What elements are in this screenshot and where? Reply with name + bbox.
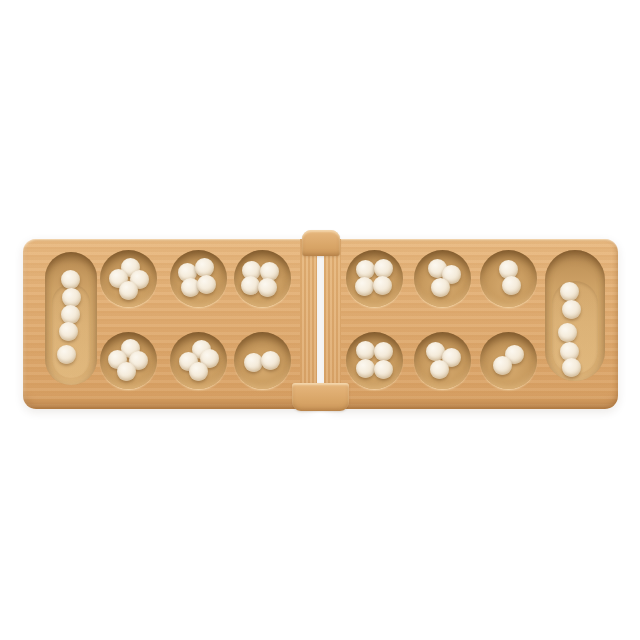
seed-bead (560, 282, 579, 301)
seed-bead (59, 322, 78, 341)
seed-bead (189, 362, 208, 381)
pit-left-top-1 (100, 250, 157, 307)
seed-bead (431, 278, 450, 297)
pit-left-bottom-1 (100, 332, 157, 389)
seed-bead (355, 277, 374, 296)
seed-bead (502, 276, 521, 295)
seed-bead (119, 281, 138, 300)
pit-left-top-3 (234, 250, 291, 307)
seed-bead (374, 360, 393, 379)
seed-bead (558, 323, 577, 342)
seed-bead (356, 260, 375, 279)
seed-bead (197, 275, 216, 294)
seed-bead (356, 341, 375, 360)
seed-bead (261, 351, 280, 370)
seed-bead (258, 278, 277, 297)
seed-bead (61, 270, 80, 289)
seed-bead (117, 362, 136, 381)
pit-right-top-1 (346, 250, 403, 307)
seed-bead (430, 360, 449, 379)
pit-left-top-2 (170, 250, 227, 307)
pit-left-bottom-3 (234, 332, 291, 389)
seed-bead (244, 353, 263, 372)
product-photo (0, 0, 640, 640)
seed-bead (57, 345, 76, 364)
pit-right-bottom-3 (480, 332, 537, 389)
hinge-bottom-knuckle (292, 383, 349, 411)
seed-bead (374, 342, 393, 361)
seed-bead (356, 359, 375, 378)
seed-bead (493, 356, 512, 375)
pit-left-bottom-2 (170, 332, 227, 389)
seed-bead (562, 358, 581, 377)
pit-right-bottom-2 (414, 332, 471, 389)
left-store (45, 252, 97, 385)
pit-right-top-2 (414, 250, 471, 307)
pit-right-top-3 (480, 250, 537, 307)
right-store (545, 250, 605, 381)
seed-bead (374, 259, 393, 278)
pit-right-bottom-1 (346, 332, 403, 389)
hinge-top-knuckle (302, 230, 340, 256)
mancala-board (23, 239, 618, 409)
seed-bead (562, 300, 581, 319)
seed-bead (195, 258, 214, 277)
seed-bead (241, 276, 260, 295)
seed-bead (373, 276, 392, 295)
